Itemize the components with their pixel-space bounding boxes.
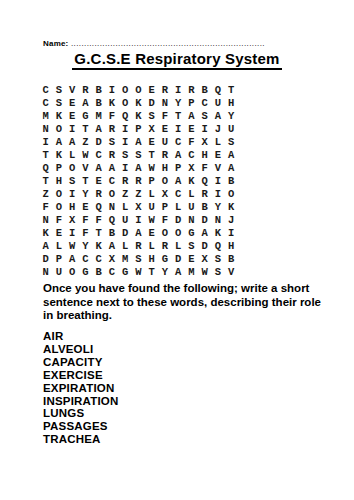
grid-cell: D (198, 240, 211, 253)
grid-cell: L (119, 201, 132, 214)
grid-cell: P (158, 201, 171, 214)
grid-cell: G (185, 227, 198, 240)
grid-cell: Q (105, 214, 118, 227)
grid-cell: V (79, 162, 92, 175)
grid-cell: N (185, 214, 198, 227)
grid-cell: Q (39, 162, 52, 175)
grid-cell: G (79, 110, 92, 123)
grid-cell: L (52, 240, 65, 253)
grid-cell: I (119, 162, 132, 175)
grid-cell: K (52, 149, 65, 162)
grid-cell: L (119, 240, 132, 253)
grid-cell: U (145, 201, 158, 214)
worksheet-page: Name: ..................................… (0, 0, 354, 500)
grid-cell: T (39, 149, 52, 162)
grid-cell: S (66, 175, 79, 188)
grid-cell: F (39, 201, 52, 214)
grid-cell: A (39, 240, 52, 253)
word-list-item: EXPIRATION (43, 382, 118, 395)
grid-cell: R (79, 84, 92, 97)
word-list-item: ALVEOLI (43, 343, 118, 356)
grid-cell: F (198, 162, 211, 175)
grid-cell: R (198, 188, 211, 201)
grid-cell: N (105, 201, 118, 214)
grid-cell: H (225, 97, 238, 110)
grid-cell: P (185, 97, 198, 110)
grid-cell: O (132, 84, 145, 97)
grid-cell: A (225, 162, 238, 175)
grid-cell: T (145, 266, 158, 279)
grid-cell: A (132, 162, 145, 175)
grid-cell: E (211, 149, 224, 162)
grid-cell: A (79, 97, 92, 110)
grid-cell: M (39, 110, 52, 123)
grid-cell: C (39, 97, 52, 110)
grid-cell: I (211, 175, 224, 188)
grid-cell: A (92, 162, 105, 175)
grid-cell: B (92, 266, 105, 279)
grid-cell: F (158, 110, 171, 123)
grid-cell: K (225, 201, 238, 214)
grid-cell: I (211, 188, 224, 201)
grid-cell: C (92, 149, 105, 162)
grid-cell: F (79, 227, 92, 240)
grid-cell: X (198, 136, 211, 149)
grid-cell: C (105, 266, 118, 279)
grid-cell: S (132, 149, 145, 162)
grid-cell: C (105, 175, 118, 188)
name-fill-line: ........................................… (71, 39, 265, 48)
page-title: G.C.S.E Respiratory System (72, 50, 281, 70)
grid-cell: O (52, 201, 65, 214)
instructions-line: Once you have found the following; write… (43, 282, 353, 296)
grid-cell: A (185, 110, 198, 123)
grid-cell: Q (211, 84, 224, 97)
grid-cell: D (198, 214, 211, 227)
grid-cell: I (198, 123, 211, 136)
grid-cell: W (132, 266, 145, 279)
grid-cell: F (92, 214, 105, 227)
grid-cell: A (211, 110, 224, 123)
word-list-item: LUNGS (43, 407, 118, 420)
grid-cell: H (52, 175, 65, 188)
grid-cell: F (105, 110, 118, 123)
grid-cell: I (172, 123, 185, 136)
grid-cell: G (79, 266, 92, 279)
grid-cell: A (66, 253, 79, 266)
name-field: Name: ..................................… (43, 39, 265, 48)
grid-cell: U (185, 201, 198, 214)
word-list-item: PASSAGES (43, 420, 118, 433)
grid-cell: P (172, 162, 185, 175)
grid-cell: L (145, 188, 158, 201)
grid-cell: E (66, 110, 79, 123)
grid-cell: R (119, 175, 132, 188)
grid-cell: T (39, 175, 52, 188)
grid-cell: A (66, 136, 79, 149)
grid-cell: T (79, 175, 92, 188)
grid-cell: K (92, 240, 105, 253)
grid-cell: M (119, 253, 132, 266)
grid-cell: N (211, 214, 224, 227)
grid-cell: S (105, 136, 118, 149)
grid-cell: I (66, 123, 79, 136)
grid-cell: V (66, 84, 79, 97)
grid-cell: L (66, 149, 79, 162)
grid-cell: I (119, 123, 132, 136)
grid-cell: I (132, 214, 145, 227)
grid-cell: T (225, 84, 238, 97)
grid-cell: D (172, 253, 185, 266)
grid-cell: X (198, 253, 211, 266)
grid-cell: S (132, 253, 145, 266)
grid-cell: S (211, 253, 224, 266)
word-list-item: INSPIRATION (43, 395, 118, 408)
grid-cell: S (225, 136, 238, 149)
grid-cell: H (198, 149, 211, 162)
grid-cell: F (158, 214, 171, 227)
grid-cell: N (39, 266, 52, 279)
grid-cell: R (132, 175, 145, 188)
grid-cell: J (211, 123, 224, 136)
grid-cell: R (185, 84, 198, 97)
grid-cell: W (66, 240, 79, 253)
grid-cell: O (172, 227, 185, 240)
grid-cell: A (132, 227, 145, 240)
grid-cell: A (198, 227, 211, 240)
grid-cell: P (52, 162, 65, 175)
grid-cell: D (172, 214, 185, 227)
grid-cell: G (158, 253, 171, 266)
grid-cell: E (92, 175, 105, 188)
grid-cell: S (185, 240, 198, 253)
grid-cell: X (66, 214, 79, 227)
grid-cell: A (225, 149, 238, 162)
instructions-line: sentence next to these words, describing… (43, 296, 353, 310)
grid-cell: R (105, 123, 118, 136)
grid-cell: Z (132, 188, 145, 201)
grid-cell: V (211, 162, 224, 175)
grid-cell: V (225, 266, 238, 279)
grid-cell: C (92, 253, 105, 266)
grid-cell: Z (39, 188, 52, 201)
grid-cell: S (52, 84, 65, 97)
grid-cell: C (79, 253, 92, 266)
grid-cell: B (105, 227, 118, 240)
grid-cell: A (172, 266, 185, 279)
grid-cell: E (185, 253, 198, 266)
grid-cell: O (119, 97, 132, 110)
grid-cell: C (198, 97, 211, 110)
word-list-item: TRACHEA (43, 433, 118, 446)
grid-cell: Q (198, 175, 211, 188)
grid-cell: P (145, 175, 158, 188)
grid-cell: C (172, 136, 185, 149)
grid-cell: H (158, 162, 171, 175)
grid-cell: Q (119, 110, 132, 123)
grid-cell: H (225, 240, 238, 253)
grid-cell: E (185, 123, 198, 136)
grid-cell: A (172, 175, 185, 188)
grid-cell: U (52, 266, 65, 279)
grid-cell: I (39, 136, 52, 149)
instructions: Once you have found the following; write… (43, 282, 353, 323)
grid-cell: J (225, 214, 238, 227)
grid-cell: O (225, 188, 238, 201)
grid-cell: D (145, 97, 158, 110)
grid-cell: Q (211, 240, 224, 253)
grid-cell: A (105, 240, 118, 253)
grid-cell: Y (158, 266, 171, 279)
word-list-item: AIR (43, 330, 118, 343)
grid-cell: O (66, 266, 79, 279)
grid-cell: H (66, 201, 79, 214)
grid-cell: I (172, 84, 185, 97)
grid-cell: T (172, 110, 185, 123)
grid-cell: D (92, 136, 105, 149)
grid-cell: L (211, 136, 224, 149)
grid-cell: S (145, 110, 158, 123)
grid-cell: S (198, 110, 211, 123)
grid-cell: E (52, 227, 65, 240)
grid-cell: S (119, 149, 132, 162)
grid-cell: U (158, 136, 171, 149)
grid-cell: K (211, 227, 224, 240)
grid-cell: A (172, 149, 185, 162)
grid-cell: O (105, 188, 118, 201)
grid-cell: B (225, 253, 238, 266)
grid-cell: R (105, 149, 118, 162)
grid-cell: T (92, 227, 105, 240)
grid-cell: R (158, 240, 171, 253)
grid-cell: T (145, 149, 158, 162)
grid-cell: L (172, 240, 185, 253)
grid-cell: W (145, 162, 158, 175)
word-list: AIRALVEOLICAPACITYEXERCISEEXPIRATIONINSP… (43, 330, 118, 446)
grid-cell: B (198, 84, 211, 97)
grid-cell: C (39, 84, 52, 97)
grid-cell: D (39, 253, 52, 266)
grid-cell: Y (225, 110, 238, 123)
grid-cell: P (132, 123, 145, 136)
grid-cell: B (225, 175, 238, 188)
grid-cell: E (158, 123, 171, 136)
word-list-item: EXERCISE (43, 369, 118, 382)
grid-cell: K (185, 175, 198, 188)
grid-cell: U (225, 123, 238, 136)
grid-cell: Q (92, 201, 105, 214)
grid-cell: W (198, 266, 211, 279)
grid-cell: B (92, 97, 105, 110)
grid-cell: M (185, 266, 198, 279)
grid-cell: X (185, 162, 198, 175)
grid-cell: N (39, 123, 52, 136)
grid-cell: A (132, 136, 145, 149)
grid-cell: O (158, 227, 171, 240)
grid-cell: U (119, 214, 132, 227)
grid-cell: B (198, 201, 211, 214)
grid-cell: O (52, 123, 65, 136)
grid-cell: O (66, 162, 79, 175)
grid-cell: F (185, 136, 198, 149)
grid-cell: U (211, 97, 224, 110)
grid-cell: H (145, 253, 158, 266)
grid-cell: X (132, 201, 145, 214)
grid-cell: Y (172, 97, 185, 110)
title-row: G.C.S.E Respiratory System (0, 50, 354, 70)
grid-cell: M (92, 110, 105, 123)
grid-cell: K (52, 110, 65, 123)
grid-cell: L (172, 201, 185, 214)
grid-cell: R (92, 188, 105, 201)
grid-cell: Z (79, 136, 92, 149)
grid-cell: E (145, 84, 158, 97)
grid-cell: N (39, 214, 52, 227)
grid-cell: K (132, 110, 145, 123)
grid-cell: D (119, 227, 132, 240)
grid-cell: F (79, 214, 92, 227)
grid-cell: E (66, 97, 79, 110)
grid-cell: Z (119, 188, 132, 201)
grid-cell: W (145, 214, 158, 227)
grid-cell: O (119, 84, 132, 97)
grid-cell: C (172, 188, 185, 201)
grid-cell: R (158, 84, 171, 97)
grid-cell: A (105, 162, 118, 175)
grid-cell: P (52, 253, 65, 266)
word-search-grid: CSVRBIOOERIRBQTCSEABKOKDNYPCUHMKEGMFQKSF… (39, 84, 238, 279)
grid-cell: I (66, 188, 79, 201)
grid-cell: Y (79, 188, 92, 201)
grid-cell: X (158, 188, 171, 201)
grid-cell: R (158, 149, 171, 162)
grid-cell: E (145, 136, 158, 149)
grid-cell: Y (211, 201, 224, 214)
grid-cell: I (225, 227, 238, 240)
grid-cell: L (185, 188, 198, 201)
grid-cell: S (52, 97, 65, 110)
grid-cell: R (132, 240, 145, 253)
grid-cell: E (79, 201, 92, 214)
grid-cell: G (119, 266, 132, 279)
grid-cell: S (211, 266, 224, 279)
grid-cell: K (132, 97, 145, 110)
grid-cell: B (92, 84, 105, 97)
grid-cell: Y (79, 240, 92, 253)
grid-cell: C (185, 149, 198, 162)
grid-cell: F (52, 214, 65, 227)
grid-cell: A (52, 136, 65, 149)
grid-cell: A (92, 123, 105, 136)
grid-cell: W (79, 149, 92, 162)
grid-cell: I (66, 227, 79, 240)
grid-cell: I (119, 136, 132, 149)
grid-cell: T (79, 123, 92, 136)
grid-cell: I (105, 84, 118, 97)
grid-cell: K (105, 97, 118, 110)
grid-cell: N (158, 97, 171, 110)
grid-cell: O (52, 188, 65, 201)
grid-cell: E (145, 227, 158, 240)
instructions-line: in breathing. (43, 309, 353, 323)
name-label: Name: (43, 39, 68, 48)
grid-cell: X (105, 253, 118, 266)
grid-cell: O (158, 175, 171, 188)
grid-cell: X (145, 123, 158, 136)
grid-cell: K (39, 227, 52, 240)
word-list-item: CAPACITY (43, 356, 118, 369)
grid-cell: L (145, 240, 158, 253)
